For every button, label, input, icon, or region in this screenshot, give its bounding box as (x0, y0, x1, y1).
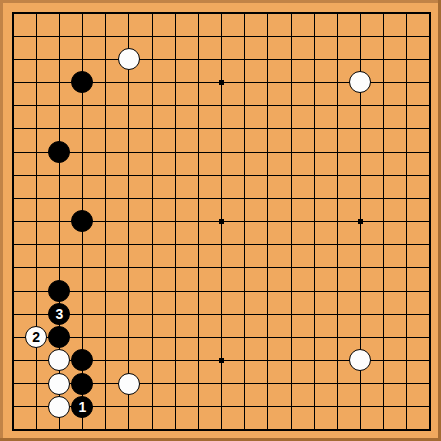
move-number-label: 1 (79, 400, 87, 414)
stone-layer: 312 (1, 1, 441, 441)
stone-white[interactable] (48, 396, 70, 418)
go-board[interactable]: 312 (0, 0, 441, 441)
stone-white[interactable] (118, 373, 140, 395)
stone-black[interactable]: 3 (48, 303, 70, 325)
move-number-label: 3 (55, 307, 63, 321)
move-number-label: 2 (32, 330, 40, 344)
stone-white[interactable] (48, 349, 70, 371)
stone-black[interactable] (48, 326, 70, 348)
stone-black[interactable]: 1 (71, 396, 93, 418)
stone-white[interactable] (349, 71, 371, 93)
stone-black[interactable] (71, 373, 93, 395)
stone-black[interactable] (48, 280, 70, 302)
stone-black[interactable] (48, 141, 70, 163)
stone-white[interactable] (349, 349, 371, 371)
stone-white[interactable] (118, 48, 140, 70)
stone-black[interactable] (71, 210, 93, 232)
stone-black[interactable] (71, 349, 93, 371)
stone-black[interactable] (71, 71, 93, 93)
stone-white[interactable]: 2 (25, 326, 47, 348)
stone-white[interactable] (48, 373, 70, 395)
